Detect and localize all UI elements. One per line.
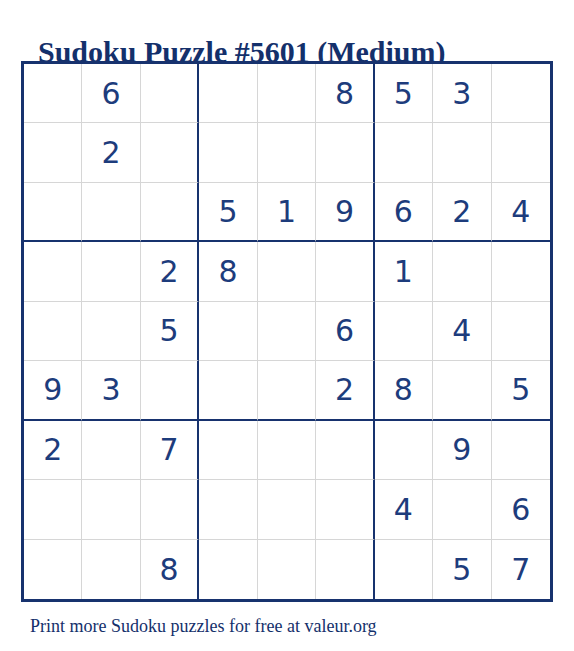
sudoku-cell-r2c9 bbox=[492, 123, 550, 182]
sudoku-cell-r6c8 bbox=[433, 361, 491, 420]
sudoku-cell-r5c2 bbox=[82, 302, 140, 361]
sudoku-cell-r1c8: 3 bbox=[433, 64, 491, 123]
sudoku-cell-r6c6: 2 bbox=[316, 361, 374, 420]
sudoku-cell-r1c1 bbox=[24, 64, 82, 123]
sudoku-cell-r2c5 bbox=[258, 123, 316, 182]
sudoku-cell-r2c3 bbox=[141, 123, 199, 182]
sudoku-cell-r7c7 bbox=[375, 421, 433, 480]
sudoku-cell-r9c6 bbox=[316, 540, 374, 599]
footer-note: Print more Sudoku puzzles for free at va… bbox=[30, 616, 377, 637]
sudoku-cell-r5c1 bbox=[24, 302, 82, 361]
sudoku-cell-r6c1: 9 bbox=[24, 361, 82, 420]
sudoku-cell-r9c8: 5 bbox=[433, 540, 491, 599]
sudoku-cell-r6c9: 5 bbox=[492, 361, 550, 420]
sudoku-cell-r8c2 bbox=[82, 480, 140, 539]
sudoku-cell-r9c4 bbox=[199, 540, 257, 599]
sudoku-cell-r3c4: 5 bbox=[199, 183, 257, 242]
sudoku-cell-r2c8 bbox=[433, 123, 491, 182]
sudoku-cell-r1c7: 5 bbox=[375, 64, 433, 123]
sudoku-board: 685325196242815649328527946857 bbox=[21, 61, 553, 602]
sudoku-cell-r1c5 bbox=[258, 64, 316, 123]
sudoku-cell-r9c1 bbox=[24, 540, 82, 599]
sudoku-cell-r3c2 bbox=[82, 183, 140, 242]
sudoku-cell-r8c5 bbox=[258, 480, 316, 539]
sudoku-cell-r7c3: 7 bbox=[141, 421, 199, 480]
sudoku-cell-r7c5 bbox=[258, 421, 316, 480]
sudoku-cell-r4c6 bbox=[316, 242, 374, 301]
sudoku-cell-r7c4 bbox=[199, 421, 257, 480]
sudoku-cell-r4c1 bbox=[24, 242, 82, 301]
sudoku-cell-r5c9 bbox=[492, 302, 550, 361]
sudoku-cell-r4c5 bbox=[258, 242, 316, 301]
sudoku-cell-r2c1 bbox=[24, 123, 82, 182]
sudoku-cell-r1c3 bbox=[141, 64, 199, 123]
sudoku-cell-r5c8: 4 bbox=[433, 302, 491, 361]
sudoku-cell-r3c3 bbox=[141, 183, 199, 242]
sudoku-cell-r8c7: 4 bbox=[375, 480, 433, 539]
sudoku-cell-r9c3: 8 bbox=[141, 540, 199, 599]
sudoku-cell-r4c2 bbox=[82, 242, 140, 301]
sudoku-cell-r5c5 bbox=[258, 302, 316, 361]
sudoku-cell-r5c6: 6 bbox=[316, 302, 374, 361]
sudoku-cell-r7c2 bbox=[82, 421, 140, 480]
sudoku-cell-r6c7: 8 bbox=[375, 361, 433, 420]
sudoku-cell-r8c6 bbox=[316, 480, 374, 539]
sudoku-cell-r1c9 bbox=[492, 64, 550, 123]
sudoku-cell-r9c5 bbox=[258, 540, 316, 599]
sudoku-cell-r2c4 bbox=[199, 123, 257, 182]
sudoku-cell-r7c6 bbox=[316, 421, 374, 480]
sudoku-cell-r7c1: 2 bbox=[24, 421, 82, 480]
sudoku-cell-r6c3 bbox=[141, 361, 199, 420]
sudoku-cell-r3c1 bbox=[24, 183, 82, 242]
sudoku-cell-r3c6: 9 bbox=[316, 183, 374, 242]
sudoku-cell-r8c3 bbox=[141, 480, 199, 539]
sudoku-cell-r4c7: 1 bbox=[375, 242, 433, 301]
sudoku-cell-r3c7: 6 bbox=[375, 183, 433, 242]
sudoku-cell-r9c9: 7 bbox=[492, 540, 550, 599]
sudoku-cell-r2c2: 2 bbox=[82, 123, 140, 182]
sudoku-cell-r9c2 bbox=[82, 540, 140, 599]
sudoku-cell-r2c6 bbox=[316, 123, 374, 182]
sudoku-cell-r3c8: 2 bbox=[433, 183, 491, 242]
sudoku-cell-r5c4 bbox=[199, 302, 257, 361]
sudoku-cell-r8c9: 6 bbox=[492, 480, 550, 539]
sudoku-cell-r8c1 bbox=[24, 480, 82, 539]
sudoku-cell-r2c7 bbox=[375, 123, 433, 182]
sudoku-cell-r4c4: 8 bbox=[199, 242, 257, 301]
sudoku-cell-r6c4 bbox=[199, 361, 257, 420]
sudoku-cell-r7c9 bbox=[492, 421, 550, 480]
sudoku-cell-r4c8 bbox=[433, 242, 491, 301]
sudoku-cell-r3c9: 4 bbox=[492, 183, 550, 242]
sudoku-cell-r1c6: 8 bbox=[316, 64, 374, 123]
sudoku-cell-r5c7 bbox=[375, 302, 433, 361]
sudoku-cell-r3c5: 1 bbox=[258, 183, 316, 242]
sudoku-cell-r4c9 bbox=[492, 242, 550, 301]
sudoku-cell-r6c2: 3 bbox=[82, 361, 140, 420]
sudoku-cell-r6c5 bbox=[258, 361, 316, 420]
sudoku-cell-r8c4 bbox=[199, 480, 257, 539]
sudoku-cell-r1c2: 6 bbox=[82, 64, 140, 123]
sudoku-cell-r5c3: 5 bbox=[141, 302, 199, 361]
sudoku-cell-r9c7 bbox=[375, 540, 433, 599]
sudoku-cell-r8c8 bbox=[433, 480, 491, 539]
sudoku-cell-r4c3: 2 bbox=[141, 242, 199, 301]
sudoku-cell-r1c4 bbox=[199, 64, 257, 123]
sudoku-cell-r7c8: 9 bbox=[433, 421, 491, 480]
